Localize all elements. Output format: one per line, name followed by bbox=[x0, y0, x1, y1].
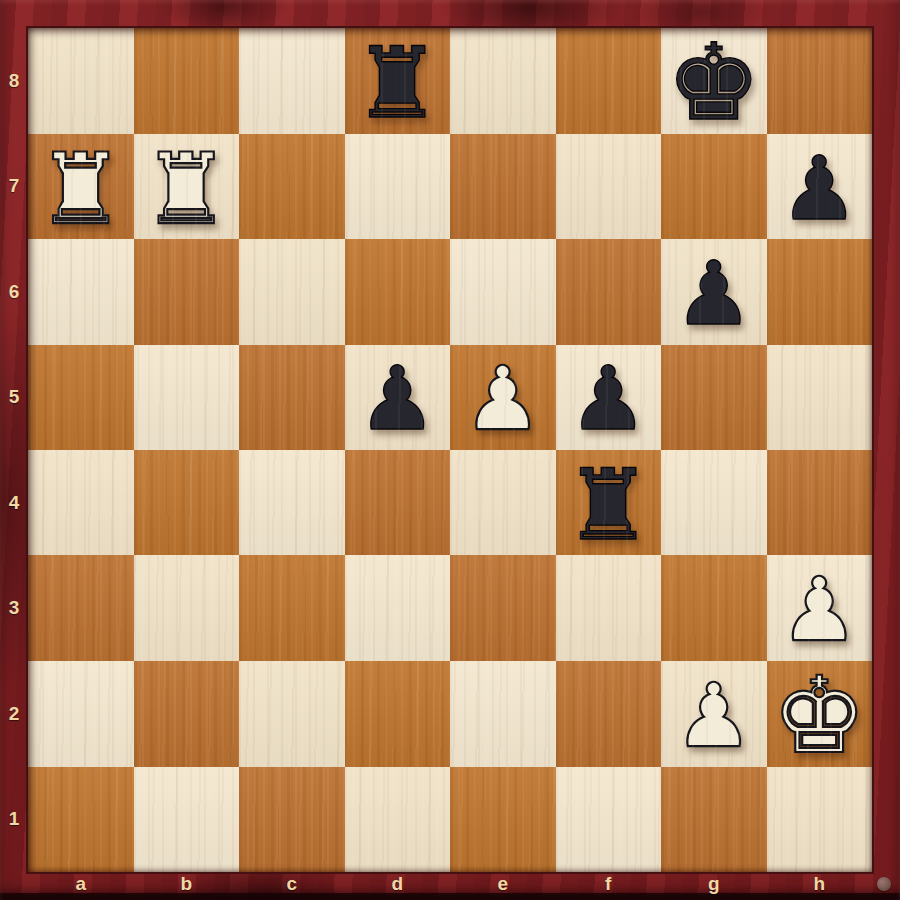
square-d6[interactable] bbox=[345, 239, 451, 344]
square-a5[interactable] bbox=[28, 345, 134, 450]
piece-black-pawn-g6[interactable]: ♟ bbox=[674, 250, 753, 338]
square-c1[interactable] bbox=[239, 767, 345, 872]
chessboard: ♜♚♜♜♟♟♟♟♟♜♟♟♚ bbox=[28, 28, 872, 872]
square-e5[interactable]: ♟ bbox=[450, 345, 556, 450]
square-g6[interactable]: ♟ bbox=[661, 239, 767, 344]
square-g5[interactable] bbox=[661, 345, 767, 450]
square-a6[interactable] bbox=[28, 239, 134, 344]
square-e1[interactable] bbox=[450, 767, 556, 872]
square-d2[interactable] bbox=[345, 661, 451, 767]
square-c6[interactable] bbox=[239, 239, 345, 344]
square-d4[interactable] bbox=[345, 450, 451, 555]
file-label-a: a bbox=[28, 870, 134, 898]
piece-white-rook-a7[interactable]: ♜ bbox=[37, 140, 125, 238]
rank-labels: 87654321 bbox=[0, 28, 28, 872]
square-e6[interactable] bbox=[450, 239, 556, 344]
square-g3[interactable] bbox=[661, 555, 767, 660]
file-label-d: d bbox=[345, 870, 451, 898]
square-e2[interactable] bbox=[450, 661, 556, 767]
square-d8[interactable]: ♜ bbox=[345, 28, 451, 134]
square-d5[interactable]: ♟ bbox=[345, 345, 451, 450]
square-h8[interactable] bbox=[767, 28, 873, 134]
square-h6[interactable] bbox=[767, 239, 873, 344]
square-b8[interactable] bbox=[134, 28, 240, 134]
square-b4[interactable] bbox=[134, 450, 240, 555]
piece-white-pawn-e5[interactable]: ♟ bbox=[463, 355, 542, 443]
rank-label-6: 6 bbox=[0, 239, 28, 345]
square-f3[interactable] bbox=[556, 555, 662, 660]
square-h3[interactable]: ♟ bbox=[767, 555, 873, 660]
piece-black-rook-d8[interactable]: ♜ bbox=[353, 34, 441, 132]
square-c7[interactable] bbox=[239, 134, 345, 239]
square-g1[interactable] bbox=[661, 767, 767, 872]
square-g2[interactable]: ♟ bbox=[661, 661, 767, 767]
rank-label-8: 8 bbox=[0, 28, 28, 134]
piece-black-pawn-f5[interactable]: ♟ bbox=[569, 355, 648, 443]
square-f8[interactable] bbox=[556, 28, 662, 134]
square-h4[interactable] bbox=[767, 450, 873, 555]
rank-label-3: 3 bbox=[0, 556, 28, 662]
file-label-g: g bbox=[661, 870, 767, 898]
file-label-b: b bbox=[134, 870, 240, 898]
square-e3[interactable] bbox=[450, 555, 556, 660]
square-f5[interactable]: ♟ bbox=[556, 345, 662, 450]
square-h7[interactable]: ♟ bbox=[767, 134, 873, 239]
piece-white-pawn-h3[interactable]: ♟ bbox=[780, 566, 859, 654]
square-b3[interactable] bbox=[134, 555, 240, 660]
square-f7[interactable] bbox=[556, 134, 662, 239]
square-a3[interactable] bbox=[28, 555, 134, 660]
square-d3[interactable] bbox=[345, 555, 451, 660]
square-b2[interactable] bbox=[134, 661, 240, 767]
piece-black-pawn-h7[interactable]: ♟ bbox=[780, 145, 859, 233]
square-h1[interactable] bbox=[767, 767, 873, 872]
square-e4[interactable] bbox=[450, 450, 556, 555]
piece-white-king-h2[interactable]: ♚ bbox=[772, 663, 867, 769]
file-label-h: h bbox=[767, 870, 873, 898]
file-label-f: f bbox=[556, 870, 662, 898]
square-c2[interactable] bbox=[239, 661, 345, 767]
square-c4[interactable] bbox=[239, 450, 345, 555]
square-a1[interactable] bbox=[28, 767, 134, 872]
file-label-c: c bbox=[239, 870, 345, 898]
square-c3[interactable] bbox=[239, 555, 345, 660]
square-b1[interactable] bbox=[134, 767, 240, 872]
piece-white-pawn-g2[interactable]: ♟ bbox=[674, 672, 753, 760]
square-f4[interactable]: ♜ bbox=[556, 450, 662, 555]
square-a7[interactable]: ♜ bbox=[28, 134, 134, 239]
piece-white-rook-b7[interactable]: ♜ bbox=[142, 140, 230, 238]
square-g4[interactable] bbox=[661, 450, 767, 555]
square-a8[interactable] bbox=[28, 28, 134, 134]
rank-label-7: 7 bbox=[0, 134, 28, 240]
square-b5[interactable] bbox=[134, 345, 240, 450]
square-h2[interactable]: ♚ bbox=[767, 661, 873, 767]
square-g7[interactable] bbox=[661, 134, 767, 239]
square-f6[interactable] bbox=[556, 239, 662, 344]
square-e8[interactable] bbox=[450, 28, 556, 134]
square-b6[interactable] bbox=[134, 239, 240, 344]
square-e7[interactable] bbox=[450, 134, 556, 239]
square-g8[interactable]: ♚ bbox=[661, 28, 767, 134]
file-label-e: e bbox=[450, 870, 556, 898]
chessboard-frame: ♜♚♜♜♟♟♟♟♟♜♟♟♚ 87654321 abcdefgh bbox=[0, 0, 900, 900]
piece-black-rook-f4[interactable]: ♜ bbox=[564, 456, 652, 554]
piece-black-king-g8[interactable]: ♚ bbox=[666, 30, 761, 136]
piece-black-pawn-d5[interactable]: ♟ bbox=[358, 355, 437, 443]
rank-label-1: 1 bbox=[0, 767, 28, 873]
rank-label-2: 2 bbox=[0, 661, 28, 767]
square-c8[interactable] bbox=[239, 28, 345, 134]
square-f1[interactable] bbox=[556, 767, 662, 872]
square-a2[interactable] bbox=[28, 661, 134, 767]
square-b7[interactable]: ♜ bbox=[134, 134, 240, 239]
square-h5[interactable] bbox=[767, 345, 873, 450]
frame-screw-icon bbox=[877, 877, 891, 891]
square-f2[interactable] bbox=[556, 661, 662, 767]
square-c5[interactable] bbox=[239, 345, 345, 450]
file-labels: abcdefgh bbox=[28, 870, 872, 898]
rank-label-5: 5 bbox=[0, 345, 28, 451]
square-a4[interactable] bbox=[28, 450, 134, 555]
square-d1[interactable] bbox=[345, 767, 451, 872]
square-d7[interactable] bbox=[345, 134, 451, 239]
rank-label-4: 4 bbox=[0, 450, 28, 556]
